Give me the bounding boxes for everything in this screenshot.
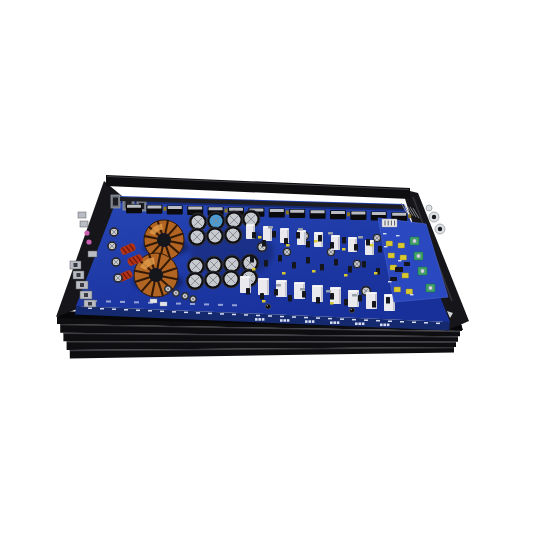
film-capacitor-top bbox=[313, 286, 323, 287]
small-transistor bbox=[306, 241, 310, 248]
resistor bbox=[268, 226, 273, 229]
yellow-smd bbox=[374, 272, 378, 275]
small-transistor bbox=[292, 262, 296, 269]
silkscreen-mark bbox=[268, 315, 272, 317]
silkscreen-mark bbox=[112, 308, 116, 310]
silkscreen-pads bbox=[387, 324, 390, 327]
yellow-smd bbox=[342, 248, 346, 251]
silkscreen-pads bbox=[287, 319, 290, 322]
small-transistor bbox=[318, 235, 322, 242]
toroid-core-hole bbox=[157, 233, 171, 247]
silkscreen-mark bbox=[124, 309, 128, 311]
terminal-slot bbox=[74, 263, 78, 267]
transistor-tab bbox=[188, 207, 202, 210]
yellow-box-capacitor bbox=[386, 241, 393, 246]
silkscreen-mark bbox=[160, 311, 164, 313]
trim-pot-screw bbox=[412, 239, 416, 243]
terminal-slot bbox=[84, 293, 88, 297]
rca-jack-center bbox=[432, 215, 436, 219]
terminal-lug bbox=[88, 251, 97, 257]
silkscreen-mark bbox=[304, 317, 308, 319]
connector-magenta bbox=[84, 230, 89, 235]
crossover-silkscreen bbox=[410, 294, 414, 295]
yellow-smd bbox=[282, 272, 286, 275]
resistor bbox=[358, 236, 363, 239]
silkscreen-pads bbox=[333, 321, 336, 324]
crossover-silkscreen bbox=[384, 246, 388, 247]
silkscreen-pads bbox=[312, 320, 315, 323]
silkscreen-mark bbox=[88, 307, 92, 309]
silkscreen-pads bbox=[255, 318, 258, 321]
component-outline bbox=[162, 302, 167, 304]
silkscreen-pads bbox=[358, 322, 361, 325]
yellow-smd bbox=[258, 236, 262, 239]
transistor-tab bbox=[147, 205, 161, 208]
transistor-tab bbox=[168, 206, 182, 209]
film-capacitor-top bbox=[298, 231, 306, 232]
film-capacitor-side bbox=[372, 241, 374, 255]
silkscreen-mark bbox=[424, 322, 428, 324]
crossover-silkscreen bbox=[398, 260, 402, 261]
resistor bbox=[276, 284, 281, 287]
component-outline bbox=[204, 303, 209, 305]
silkscreen-mark bbox=[316, 317, 320, 319]
silkscreen-mark bbox=[364, 319, 368, 321]
small-transistor bbox=[362, 261, 366, 268]
film-capacitor-top bbox=[241, 277, 251, 278]
silkscreen-mark bbox=[340, 318, 344, 320]
transistor-tab bbox=[229, 208, 243, 211]
product-photo bbox=[0, 0, 550, 550]
crossover-ic bbox=[404, 262, 410, 266]
film-capacitor-side bbox=[304, 231, 306, 245]
resistor bbox=[298, 228, 303, 231]
small-transistor bbox=[288, 295, 292, 302]
silkscreen-pads bbox=[258, 318, 261, 321]
silkscreen-mark bbox=[388, 320, 392, 322]
crossover-silkscreen bbox=[396, 235, 400, 236]
silkscreen-mark bbox=[232, 314, 236, 316]
yellow-smd bbox=[262, 300, 266, 303]
smd-part bbox=[408, 214, 411, 218]
silkscreen-mark bbox=[412, 322, 416, 324]
yellow-box-capacitor bbox=[398, 243, 405, 248]
small-transistor bbox=[252, 232, 256, 239]
small-transistor bbox=[342, 237, 346, 244]
silkscreen-pads bbox=[262, 318, 265, 321]
small-transistor bbox=[272, 231, 276, 238]
small-transistor bbox=[330, 293, 334, 300]
yellow-box-capacitor bbox=[402, 273, 409, 278]
crossover-silkscreen bbox=[383, 233, 387, 234]
silkscreen-mark bbox=[256, 315, 260, 317]
silkscreen-mark bbox=[244, 314, 248, 316]
film-capacitor-side bbox=[267, 279, 269, 295]
small-transistor bbox=[296, 232, 300, 239]
resistor bbox=[328, 232, 333, 235]
rca-jack-icon bbox=[426, 205, 432, 211]
silkscreen-pads bbox=[283, 319, 286, 322]
film-capacitor-top bbox=[315, 233, 323, 234]
smd-part bbox=[225, 209, 228, 213]
small-transistor bbox=[246, 288, 250, 295]
small-transistor bbox=[306, 257, 310, 264]
terminal-slot bbox=[80, 283, 84, 287]
small-transistor bbox=[250, 256, 254, 263]
terminal-slot bbox=[77, 273, 81, 277]
silkscreen-mark bbox=[292, 316, 296, 318]
film-capacitor-side bbox=[338, 236, 340, 250]
silkscreen-pads bbox=[355, 322, 358, 325]
small-transistor bbox=[366, 239, 370, 246]
film-capacitor-top bbox=[367, 293, 377, 294]
yellow-smd bbox=[312, 270, 316, 273]
pcb-screw-glint bbox=[351, 309, 352, 310]
small-transistor bbox=[302, 291, 306, 298]
pcb-screw bbox=[349, 308, 354, 313]
silkscreen-mark bbox=[208, 313, 212, 315]
yellow-smd bbox=[252, 268, 256, 271]
silkscreen-mark bbox=[220, 313, 224, 315]
resistor bbox=[300, 288, 305, 291]
connector-magenta bbox=[86, 239, 91, 244]
film-capacitor-top bbox=[332, 236, 340, 237]
small-transistor bbox=[260, 293, 264, 300]
silkscreen-pads bbox=[337, 321, 340, 324]
rca-jack-center bbox=[438, 227, 442, 231]
smd-part bbox=[347, 212, 350, 216]
trim-pot-screw bbox=[416, 254, 420, 258]
resistor bbox=[352, 294, 357, 297]
film-capacitor-side bbox=[285, 281, 287, 297]
film-capacitor-top bbox=[349, 238, 357, 239]
terminal-lug bbox=[78, 212, 86, 218]
film-capacitor-side bbox=[339, 288, 341, 304]
small-transistor bbox=[358, 295, 362, 302]
component-outline bbox=[218, 304, 223, 306]
small-transistor bbox=[372, 301, 376, 308]
small-transistor bbox=[354, 244, 358, 251]
film-capacitor-top bbox=[247, 225, 255, 226]
silkscreen-mark bbox=[400, 321, 404, 323]
silkscreen-pads bbox=[383, 324, 386, 327]
component-outline bbox=[120, 301, 125, 303]
silkscreen-mark bbox=[148, 310, 152, 312]
film-capacitor-top bbox=[331, 288, 341, 289]
terminal-lug bbox=[80, 221, 88, 227]
silkscreen-mark bbox=[436, 323, 440, 325]
film-capacitor-top bbox=[259, 279, 269, 280]
yellow-box-capacitor bbox=[394, 287, 401, 292]
yellow-smd bbox=[330, 302, 334, 305]
small-transistor bbox=[348, 266, 352, 273]
trim-pot-screw bbox=[428, 286, 432, 290]
crossover-silkscreen bbox=[388, 281, 392, 282]
silkscreen-pads bbox=[380, 324, 383, 327]
silkscreen-pads bbox=[308, 320, 311, 323]
component-outline bbox=[190, 303, 195, 305]
silkscreen-pads bbox=[330, 321, 333, 324]
film-capacitor-top bbox=[295, 283, 305, 284]
small-transistor bbox=[386, 297, 390, 304]
silkscreen-pads bbox=[362, 322, 365, 325]
silkscreen-mark bbox=[172, 311, 176, 313]
amplifier-product-photo bbox=[0, 0, 550, 550]
silkscreen-pads bbox=[305, 320, 308, 323]
smd-part bbox=[286, 210, 289, 214]
crossover-ic bbox=[395, 267, 403, 272]
small-transistor bbox=[262, 240, 266, 247]
transistor-tab bbox=[290, 210, 304, 213]
small-transistor bbox=[274, 289, 278, 296]
resistor bbox=[326, 290, 331, 293]
transistor-tab bbox=[209, 207, 223, 210]
component-outline bbox=[106, 300, 111, 302]
small-transistor bbox=[334, 259, 338, 266]
component-outline bbox=[148, 302, 153, 304]
small-transistor bbox=[284, 238, 288, 245]
yellow-box-capacitor bbox=[400, 255, 407, 260]
yellow-box-capacitor bbox=[406, 289, 413, 294]
pcb-screw-glint bbox=[267, 305, 268, 306]
silkscreen-mark bbox=[280, 316, 284, 318]
small-transistor bbox=[330, 242, 334, 249]
smd-part bbox=[163, 207, 166, 211]
small-transistor bbox=[344, 299, 348, 306]
silkscreen-mark bbox=[184, 312, 188, 314]
silkscreen-pads bbox=[280, 319, 283, 322]
film-capacitor-top bbox=[349, 291, 359, 292]
small-transistor bbox=[316, 297, 320, 304]
transistor-tab bbox=[127, 205, 141, 208]
film-capacitor-side bbox=[321, 286, 323, 302]
yellow-smd bbox=[286, 244, 290, 247]
component-outline bbox=[134, 301, 139, 303]
film-capacitor-top bbox=[277, 281, 287, 282]
small-transistor bbox=[320, 264, 324, 271]
trim-pot-screw bbox=[420, 269, 424, 273]
silkscreen-mark bbox=[136, 310, 140, 312]
transistor-tab bbox=[351, 212, 365, 215]
silkscreen-mark bbox=[328, 318, 332, 320]
toroid-core-hole bbox=[149, 268, 163, 282]
rear-cutout-hole bbox=[113, 198, 118, 206]
yellow-smd bbox=[344, 274, 348, 277]
transistor-tab bbox=[392, 213, 406, 216]
component-outline bbox=[232, 304, 237, 306]
silkscreen-mark bbox=[100, 308, 104, 310]
transistor-tab bbox=[311, 210, 325, 213]
pcb-screw bbox=[265, 304, 270, 309]
silkscreen-mark bbox=[196, 312, 200, 314]
crossover-ic bbox=[390, 277, 397, 281]
terminal-slot bbox=[88, 302, 92, 306]
yellow-smd bbox=[370, 244, 374, 247]
film-capacitor-top bbox=[281, 229, 289, 230]
yellow-smd bbox=[314, 240, 318, 243]
small-transistor bbox=[278, 255, 282, 262]
component-outline bbox=[176, 303, 181, 305]
silkscreen-mark bbox=[376, 320, 380, 322]
silkscreen-mark bbox=[352, 319, 356, 321]
small-transistor bbox=[264, 260, 268, 267]
transistor-tab bbox=[331, 211, 345, 214]
transistor-tab bbox=[372, 212, 386, 215]
yellow-box-capacitor bbox=[388, 253, 395, 258]
transistor-tab bbox=[270, 209, 284, 212]
small-transistor bbox=[378, 246, 382, 253]
